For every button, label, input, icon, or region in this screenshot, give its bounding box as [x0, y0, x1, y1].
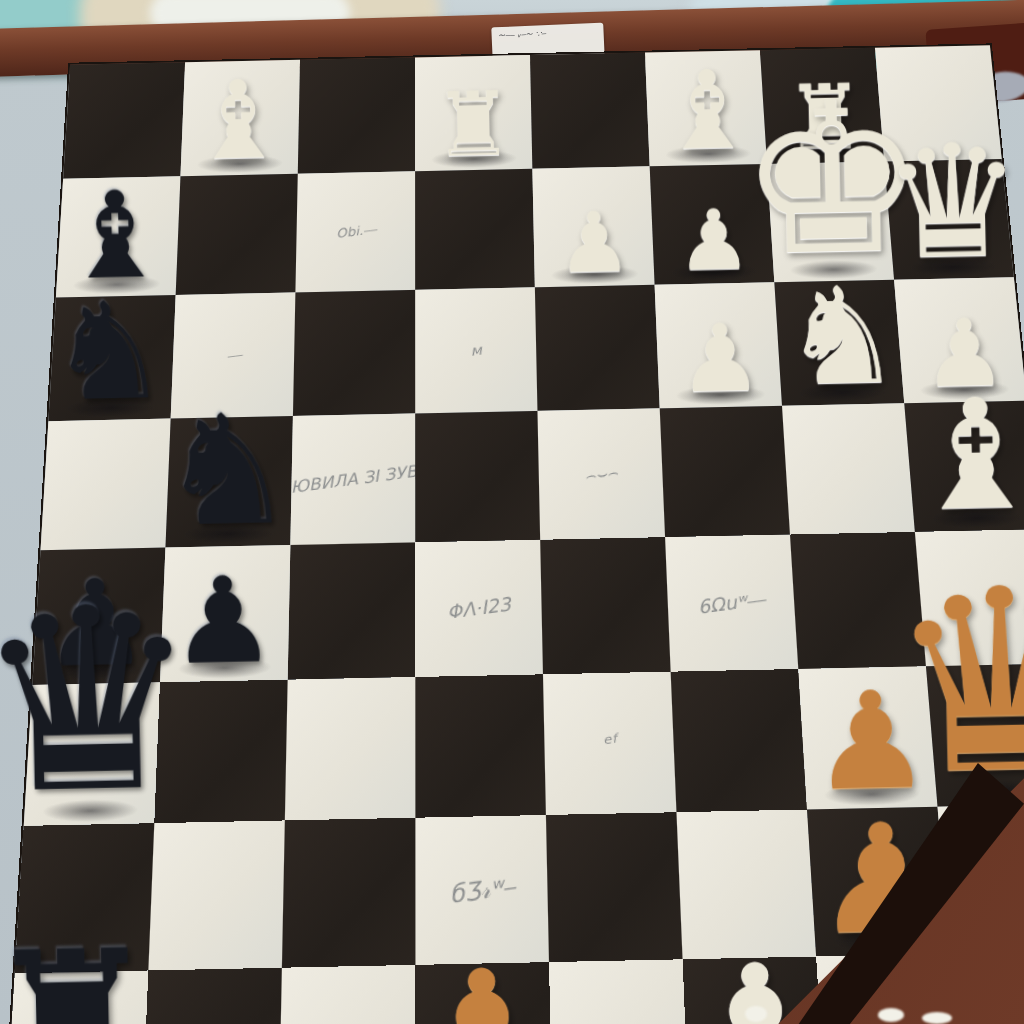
square-r6c2	[282, 818, 416, 968]
piece-white-knight: ♞	[780, 272, 903, 402]
square-r7c4	[549, 959, 689, 1024]
square-r3c3	[415, 411, 540, 542]
square-r3c0	[41, 419, 171, 551]
square-r7c3: ♟	[415, 962, 552, 1024]
square-r4c4	[540, 537, 670, 674]
piece-white-pawn: ♟	[677, 314, 763, 405]
piece-white-bishop: ♝	[189, 68, 288, 172]
piece-black-knight: ♞	[47, 288, 170, 418]
chessboard-photo: ~⎯⎯ ᵥ⎯~ ⸪⎯ ♝ⅡЅ𝟘♜♝♜♝Obi.⎯⎯♟♟♚♛♞⎯⎯м♟♞♟♞ЮВИ…	[0, 0, 1024, 1024]
square-r2c2	[293, 290, 415, 416]
square-r4c3: ΦΛ·Ι23	[415, 540, 543, 677]
square-r6c7: ♟	[938, 804, 1024, 954]
handwriting-mark: бӠ𝓇ʷ⎯	[447, 870, 515, 908]
square-r5c0: ♛	[24, 682, 160, 826]
chess-board: ♝ⅡЅ𝟘♜♝♜♝Obi.⎯⎯♟♟♚♛♞⎯⎯м♟♞♟♞ЮВИЛА ЗΙ ЗУВ⌢⌣…	[5, 45, 1024, 1024]
square-r0c4	[530, 53, 650, 169]
square-r5c4: ᵉᶠ	[543, 672, 676, 815]
square-r5c2	[285, 677, 416, 820]
square-r1c7: ♛	[884, 159, 1013, 280]
square-r3c6	[782, 403, 915, 534]
piece-white-pawn: ♟	[556, 203, 632, 284]
square-r2c6: ♞	[774, 280, 904, 406]
piece-white-queen: ♛	[881, 126, 1024, 277]
square-r3c2: ЮВИЛА ЗΙ ЗУВ	[290, 413, 415, 545]
square-r0c1: ♝	[180, 60, 300, 176]
square-r7c0: ♜	[5, 970, 148, 1024]
board-scene: ♝ⅡЅ𝟘♜♝♜♝Obi.⎯⎯♟♟♚♛♞⎯⎯м♟♞♟♞ЮВИЛА ЗΙ ЗУВ⌢⌣…	[70, 55, 990, 975]
piece-tan-pawn: ♟	[946, 804, 1024, 950]
handwriting-mark: ⎯⎯	[226, 346, 242, 365]
square-r5c7: ♛	[926, 664, 1024, 807]
square-r0c0	[63, 62, 185, 178]
handwriting-mark: 6Ωuʷ⎯⎯	[696, 587, 766, 617]
piece-black-rook: ♜	[0, 929, 164, 1024]
square-r1c1	[176, 174, 298, 295]
white-speck	[922, 1012, 952, 1024]
square-r6c1	[148, 820, 284, 970]
piece-tan-pawn: ♟	[812, 807, 950, 953]
square-r2c3: м	[415, 287, 537, 413]
square-r2c5: ♟	[655, 282, 782, 408]
square-r0c3: ⅡЅ𝟘♜	[415, 55, 532, 171]
piece-white-bishop: ♝	[906, 381, 1024, 529]
square-r4c5: 6Ωuʷ⎯⎯	[665, 535, 798, 672]
handwriting-mark: ΦΛ·Ι23	[445, 593, 511, 623]
white-speck	[745, 1006, 767, 1022]
handwriting-mark: ЮВИЛА ЗΙ ЗУВ	[289, 461, 417, 497]
square-r5c5	[671, 669, 807, 812]
square-r3c4: ⌢⌣⌢	[537, 408, 665, 539]
handwriting-mark: ᵉᶠ	[600, 729, 619, 757]
square-r3c5	[660, 406, 790, 537]
square-r0c2	[298, 57, 415, 173]
piece-tan-pawn: ♟	[405, 951, 560, 1024]
piece-black-queen: ♛	[0, 579, 202, 823]
handwriting-mark: ⌢⌣⌢	[583, 461, 619, 485]
square-r3c7: ♝	[904, 401, 1024, 532]
square-r7c1	[142, 968, 282, 1024]
square-r5c3	[415, 674, 546, 817]
square-r7c7	[950, 951, 1024, 1024]
handwriting-mark: м	[469, 341, 482, 358]
piece-white-rook: ♜	[432, 82, 514, 168]
square-r7c2	[279, 965, 416, 1024]
white-speck	[878, 1008, 904, 1022]
square-r1c3	[415, 169, 535, 290]
square-r1c4: ♟	[532, 166, 654, 287]
handwriting-mark: Obi.⎯⎯	[335, 221, 377, 241]
square-r3c1: ♞	[165, 416, 292, 548]
square-r1c2: Obi.⎯⎯	[295, 171, 415, 292]
square-r6c4	[546, 812, 683, 962]
piece-black-knight: ♞	[157, 397, 297, 545]
square-r5c6: ♟	[798, 666, 937, 809]
piece-tan-pawn: ♟	[809, 676, 932, 806]
square-r4c2	[288, 542, 416, 679]
square-r2c4	[535, 285, 660, 411]
